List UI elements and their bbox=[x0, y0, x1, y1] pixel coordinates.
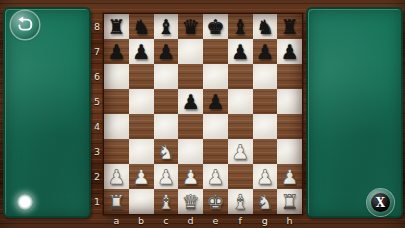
black-pawn: ♟ bbox=[256, 42, 274, 62]
close-button[interactable]: X bbox=[367, 189, 394, 216]
file-label-b: b bbox=[129, 214, 154, 227]
black-bishop: ♝ bbox=[231, 17, 249, 37]
rank-label-1: 1 bbox=[90, 189, 104, 214]
white-pawn: ♟ bbox=[206, 167, 224, 187]
white-rook: ♜ bbox=[281, 192, 299, 212]
white-pawn: ♟ bbox=[231, 142, 249, 162]
file-label-g: g bbox=[253, 214, 278, 227]
file-label-d: d bbox=[178, 214, 203, 227]
white-knight: ♞ bbox=[157, 142, 175, 162]
white-pawn: ♟ bbox=[182, 167, 200, 187]
square-e1[interactable]: ♚ bbox=[203, 189, 228, 214]
square-b7[interactable]: ♟ bbox=[129, 39, 154, 64]
square-g4[interactable] bbox=[253, 114, 278, 139]
square-b4[interactable] bbox=[129, 114, 154, 139]
square-g3[interactable] bbox=[253, 139, 278, 164]
black-bishop: ♝ bbox=[157, 17, 175, 37]
square-c1[interactable]: ♝ bbox=[154, 189, 179, 214]
white-pawn: ♟ bbox=[132, 167, 150, 187]
rank-label-6: 6 bbox=[90, 64, 104, 89]
square-f5[interactable] bbox=[228, 89, 253, 114]
square-g6[interactable] bbox=[253, 64, 278, 89]
square-a7[interactable]: ♟ bbox=[104, 39, 129, 64]
black-pawn: ♟ bbox=[206, 92, 224, 112]
square-c4[interactable] bbox=[154, 114, 179, 139]
square-h7[interactable]: ♟ bbox=[277, 39, 302, 64]
white-pawn: ♟ bbox=[256, 167, 274, 187]
rank-label-2: 2 bbox=[90, 164, 104, 189]
file-label-a: a bbox=[104, 214, 129, 227]
square-b3[interactable] bbox=[129, 139, 154, 164]
undo-button[interactable] bbox=[11, 11, 39, 39]
close-x-icon: X bbox=[371, 193, 390, 212]
square-c6[interactable] bbox=[154, 64, 179, 89]
square-d4[interactable] bbox=[178, 114, 203, 139]
square-h3[interactable] bbox=[277, 139, 302, 164]
black-pawn: ♟ bbox=[231, 42, 249, 62]
black-pawn: ♟ bbox=[182, 92, 200, 112]
file-label-f: f bbox=[228, 214, 253, 227]
black-king: ♚ bbox=[206, 17, 224, 37]
white-bishop: ♝ bbox=[231, 192, 249, 212]
square-b8[interactable]: ♞ bbox=[129, 14, 154, 39]
left-felt-panel bbox=[3, 7, 91, 218]
file-labels: abcdefgh bbox=[104, 214, 302, 227]
file-label-h: h bbox=[277, 214, 302, 227]
square-a6[interactable] bbox=[104, 64, 129, 89]
square-g5[interactable] bbox=[253, 89, 278, 114]
rank-labels: 87654321 bbox=[90, 14, 104, 214]
black-knight: ♞ bbox=[256, 17, 274, 37]
square-e6[interactable] bbox=[203, 64, 228, 89]
square-d2[interactable]: ♟ bbox=[178, 164, 203, 189]
square-e4[interactable] bbox=[203, 114, 228, 139]
square-c5[interactable] bbox=[154, 89, 179, 114]
white-turn-indicator-dot bbox=[17, 194, 33, 210]
square-g1[interactable]: ♞ bbox=[253, 189, 278, 214]
square-e3[interactable] bbox=[203, 139, 228, 164]
square-c2[interactable]: ♟ bbox=[154, 164, 179, 189]
black-pawn: ♟ bbox=[281, 42, 299, 62]
square-a1[interactable]: ♜ bbox=[104, 189, 129, 214]
square-f2[interactable] bbox=[228, 164, 253, 189]
file-label-c: c bbox=[154, 214, 179, 227]
square-a4[interactable] bbox=[104, 114, 129, 139]
white-queen: ♛ bbox=[182, 192, 200, 212]
white-bishop: ♝ bbox=[157, 192, 175, 212]
square-g8[interactable]: ♞ bbox=[253, 14, 278, 39]
square-b5[interactable] bbox=[129, 89, 154, 114]
square-b2[interactable]: ♟ bbox=[129, 164, 154, 189]
black-pawn: ♟ bbox=[157, 42, 175, 62]
white-pawn: ♟ bbox=[281, 167, 299, 187]
square-f1[interactable]: ♝ bbox=[228, 189, 253, 214]
square-e8[interactable]: ♚ bbox=[203, 14, 228, 39]
black-queen: ♛ bbox=[182, 17, 200, 37]
right-felt-panel bbox=[306, 7, 403, 218]
square-a5[interactable] bbox=[104, 89, 129, 114]
white-pawn: ♟ bbox=[107, 167, 125, 187]
undo-icon bbox=[15, 15, 35, 35]
square-g7[interactable]: ♟ bbox=[253, 39, 278, 64]
square-a3[interactable] bbox=[104, 139, 129, 164]
square-e5[interactable]: ♟ bbox=[203, 89, 228, 114]
white-king: ♚ bbox=[206, 192, 224, 212]
square-a2[interactable]: ♟ bbox=[104, 164, 129, 189]
square-f6[interactable] bbox=[228, 64, 253, 89]
square-h2[interactable]: ♟ bbox=[277, 164, 302, 189]
square-g2[interactable]: ♟ bbox=[253, 164, 278, 189]
square-e7[interactable] bbox=[203, 39, 228, 64]
rank-label-3: 3 bbox=[90, 139, 104, 164]
rank-label-4: 4 bbox=[90, 114, 104, 139]
black-rook: ♜ bbox=[281, 17, 299, 37]
square-h5[interactable] bbox=[277, 89, 302, 114]
rank-label-7: 7 bbox=[90, 39, 104, 64]
black-pawn: ♟ bbox=[132, 42, 150, 62]
square-d1[interactable]: ♛ bbox=[178, 189, 203, 214]
square-h4[interactable] bbox=[277, 114, 302, 139]
square-d6[interactable] bbox=[178, 64, 203, 89]
square-c7[interactable]: ♟ bbox=[154, 39, 179, 64]
square-f4[interactable] bbox=[228, 114, 253, 139]
square-f8[interactable]: ♝ bbox=[228, 14, 253, 39]
square-h8[interactable]: ♜ bbox=[277, 14, 302, 39]
square-d8[interactable]: ♛ bbox=[178, 14, 203, 39]
square-e2[interactable]: ♟ bbox=[203, 164, 228, 189]
black-knight: ♞ bbox=[132, 17, 150, 37]
rank-label-5: 5 bbox=[90, 89, 104, 114]
square-d5[interactable]: ♟ bbox=[178, 89, 203, 114]
white-knight: ♞ bbox=[256, 192, 274, 212]
square-c3[interactable]: ♞ bbox=[154, 139, 179, 164]
square-b6[interactable] bbox=[129, 64, 154, 89]
black-pawn: ♟ bbox=[107, 42, 125, 62]
white-pawn: ♟ bbox=[157, 167, 175, 187]
square-f3[interactable]: ♟ bbox=[228, 139, 253, 164]
black-rook: ♜ bbox=[107, 17, 125, 37]
square-a8[interactable]: ♜ bbox=[104, 14, 129, 39]
square-d3[interactable] bbox=[178, 139, 203, 164]
square-h1[interactable]: ♜ bbox=[277, 189, 302, 214]
square-b1[interactable] bbox=[129, 189, 154, 214]
square-f7[interactable]: ♟ bbox=[228, 39, 253, 64]
square-c8[interactable]: ♝ bbox=[154, 14, 179, 39]
square-h6[interactable] bbox=[277, 64, 302, 89]
chess-game-screen: 87654321 ♜♞♝♛♚♝♞♜♟♟♟♟♟♟♟♟♞♟♟♟♟♟♟♟♟♜♝♛♚♝♞… bbox=[0, 0, 405, 228]
file-label-e: e bbox=[203, 214, 228, 227]
square-d7[interactable] bbox=[178, 39, 203, 64]
chess-board[interactable]: ♜♞♝♛♚♝♞♜♟♟♟♟♟♟♟♟♞♟♟♟♟♟♟♟♟♜♝♛♚♝♞♜ bbox=[104, 14, 302, 214]
white-rook: ♜ bbox=[107, 192, 125, 212]
rank-label-8: 8 bbox=[90, 14, 104, 39]
